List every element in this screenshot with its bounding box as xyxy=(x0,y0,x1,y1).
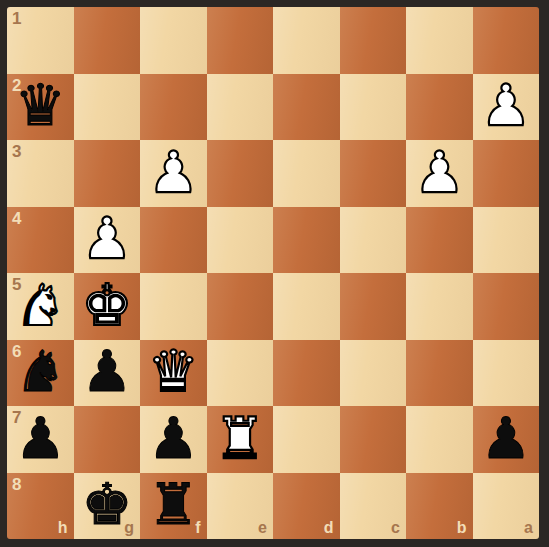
square-d3[interactable] xyxy=(273,140,340,207)
board-frame: 12♛♟3♟♟4♟5♞♚6♞♟♛7♟♟♜♟8hg♚f♜edcba xyxy=(0,0,549,547)
black-rook[interactable]: ♜ xyxy=(148,476,199,533)
square-b2[interactable] xyxy=(406,74,473,141)
rank-label-8: 8 xyxy=(12,476,21,493)
square-a1[interactable] xyxy=(473,7,540,74)
white-pawn[interactable]: ♟ xyxy=(414,144,465,201)
square-c6[interactable] xyxy=(340,340,407,407)
chess-board: 12♛♟3♟♟4♟5♞♚6♞♟♛7♟♟♜♟8hg♚f♜edcba xyxy=(7,7,539,539)
square-g5[interactable]: ♚ xyxy=(74,273,141,340)
square-f8[interactable]: f♜ xyxy=(140,473,207,540)
square-e1[interactable] xyxy=(207,7,274,74)
square-a4[interactable] xyxy=(473,207,540,274)
square-c5[interactable] xyxy=(340,273,407,340)
white-pawn[interactable]: ♟ xyxy=(480,77,531,134)
square-b3[interactable]: ♟ xyxy=(406,140,473,207)
square-b6[interactable] xyxy=(406,340,473,407)
square-f7[interactable]: ♟ xyxy=(140,406,207,473)
square-h8[interactable]: 8h xyxy=(7,473,74,540)
square-b7[interactable] xyxy=(406,406,473,473)
square-g8[interactable]: g♚ xyxy=(74,473,141,540)
square-h3[interactable]: 3 xyxy=(7,140,74,207)
square-h6[interactable]: 6♞ xyxy=(7,340,74,407)
rank-label-4: 4 xyxy=(12,210,21,227)
square-a8[interactable]: a xyxy=(473,473,540,540)
square-c3[interactable] xyxy=(340,140,407,207)
square-d4[interactable] xyxy=(273,207,340,274)
file-label-e: e xyxy=(258,520,267,536)
square-d2[interactable] xyxy=(273,74,340,141)
square-e2[interactable] xyxy=(207,74,274,141)
square-f3[interactable]: ♟ xyxy=(140,140,207,207)
square-g6[interactable]: ♟ xyxy=(74,340,141,407)
file-label-d: d xyxy=(324,520,334,536)
file-label-h: h xyxy=(58,520,68,536)
square-g7[interactable] xyxy=(74,406,141,473)
square-c2[interactable] xyxy=(340,74,407,141)
square-f5[interactable] xyxy=(140,273,207,340)
square-g4[interactable]: ♟ xyxy=(74,207,141,274)
square-g3[interactable] xyxy=(74,140,141,207)
square-e3[interactable] xyxy=(207,140,274,207)
rank-label-3: 3 xyxy=(12,143,21,160)
square-c4[interactable] xyxy=(340,207,407,274)
black-queen[interactable]: ♛ xyxy=(15,77,66,134)
square-c8[interactable]: c xyxy=(340,473,407,540)
square-h4[interactable]: 4 xyxy=(7,207,74,274)
white-queen[interactable]: ♛ xyxy=(148,343,199,400)
square-h7[interactable]: 7♟ xyxy=(7,406,74,473)
square-h5[interactable]: 5♞ xyxy=(7,273,74,340)
white-rook[interactable]: ♜ xyxy=(214,410,265,467)
square-e5[interactable] xyxy=(207,273,274,340)
square-d7[interactable] xyxy=(273,406,340,473)
white-knight[interactable]: ♞ xyxy=(15,277,66,334)
rank-label-1: 1 xyxy=(12,10,21,27)
square-b5[interactable] xyxy=(406,273,473,340)
square-d1[interactable] xyxy=(273,7,340,74)
white-pawn[interactable]: ♟ xyxy=(81,210,132,267)
white-king[interactable]: ♚ xyxy=(81,277,132,334)
black-pawn[interactable]: ♟ xyxy=(480,410,531,467)
square-c1[interactable] xyxy=(340,7,407,74)
square-e4[interactable] xyxy=(207,207,274,274)
white-pawn[interactable]: ♟ xyxy=(148,144,199,201)
file-label-b: b xyxy=(457,520,467,536)
square-a6[interactable] xyxy=(473,340,540,407)
square-a5[interactable] xyxy=(473,273,540,340)
square-a7[interactable]: ♟ xyxy=(473,406,540,473)
square-e6[interactable] xyxy=(207,340,274,407)
square-b4[interactable] xyxy=(406,207,473,274)
square-b8[interactable]: b xyxy=(406,473,473,540)
square-f1[interactable] xyxy=(140,7,207,74)
file-label-c: c xyxy=(391,520,400,536)
square-h2[interactable]: 2♛ xyxy=(7,74,74,141)
square-b1[interactable] xyxy=(406,7,473,74)
black-pawn[interactable]: ♟ xyxy=(15,410,66,467)
square-d6[interactable] xyxy=(273,340,340,407)
black-pawn[interactable]: ♟ xyxy=(81,343,132,400)
square-h1[interactable]: 1 xyxy=(7,7,74,74)
square-a2[interactable]: ♟ xyxy=(473,74,540,141)
square-g1[interactable] xyxy=(74,7,141,74)
black-pawn[interactable]: ♟ xyxy=(148,410,199,467)
square-f6[interactable]: ♛ xyxy=(140,340,207,407)
square-f4[interactable] xyxy=(140,207,207,274)
square-d5[interactable] xyxy=(273,273,340,340)
black-knight[interactable]: ♞ xyxy=(15,343,66,400)
square-g2[interactable] xyxy=(74,74,141,141)
file-label-a: a xyxy=(524,520,533,536)
square-e7[interactable]: ♜ xyxy=(207,406,274,473)
square-e8[interactable]: e xyxy=(207,473,274,540)
square-c7[interactable] xyxy=(340,406,407,473)
square-d8[interactable]: d xyxy=(273,473,340,540)
black-king[interactable]: ♚ xyxy=(81,476,132,533)
square-a3[interactable] xyxy=(473,140,540,207)
square-f2[interactable] xyxy=(140,74,207,141)
